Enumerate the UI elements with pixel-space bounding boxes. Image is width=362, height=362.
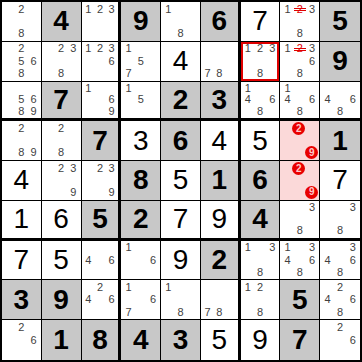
candidate-4: 4 [281, 254, 293, 266]
candidate-8 [94, 306, 106, 318]
cell-r9c2[interactable]: 1 [42, 320, 82, 360]
cell-r4c2[interactable]: 28 [42, 121, 82, 161]
cell-r3c1[interactable]: 5689 [2, 82, 42, 122]
candidate-1 [83, 242, 95, 254]
candidate-2 [294, 242, 306, 254]
cell-r7c1[interactable]: 7 [2, 241, 42, 281]
cell-r9c5[interactable]: 3 [161, 320, 201, 360]
candidate-8: 8 [174, 306, 186, 318]
cell-r9c3[interactable]: 8 [82, 320, 122, 360]
candidate-6: 6 [28, 94, 40, 106]
candidate-8: 8 [15, 67, 27, 79]
cell-r9c1[interactable]: 26 [2, 320, 42, 360]
candidate-4 [83, 94, 95, 106]
candidate-1: 1 [281, 43, 293, 55]
candidate-1: 1 [242, 43, 254, 55]
cell-r9c9[interactable]: 26 [320, 320, 360, 360]
candidate-7 [83, 67, 95, 79]
pencil-marks: 1468 [280, 82, 319, 119]
pencil-marks: 2468 [320, 280, 360, 319]
pencil-marks: 78 [201, 42, 238, 81]
candidate-3 [306, 83, 318, 95]
candidate-5 [94, 254, 106, 266]
pencil-marks: 246 [82, 280, 119, 319]
candidate-3 [225, 281, 237, 293]
candidate-1: 1 [122, 281, 134, 293]
candidate-7 [43, 147, 55, 159]
cell-r8c6[interactable]: 78 [201, 280, 241, 320]
cell-r9c7[interactable]: 9 [241, 320, 281, 360]
candidate-8: 8 [174, 28, 186, 40]
candidate-2: 2 [334, 321, 347, 334]
candidate-2: 2 [15, 122, 27, 134]
candidate-9 [266, 106, 278, 118]
cell-r3c2[interactable]: 7 [42, 82, 82, 122]
candidate-3 [106, 281, 118, 293]
candidate-1: 1 [83, 83, 95, 95]
cell-r1c4[interactable]: 9 [121, 2, 161, 42]
cell-r7c4[interactable]: 16 [121, 241, 161, 281]
candidate-5 [94, 294, 106, 306]
candidate-1: 1 [122, 242, 134, 254]
candidate-6 [187, 294, 199, 306]
candidate-2: 2 [15, 321, 27, 334]
candidate-5 [55, 135, 67, 147]
candidate-9 [306, 28, 318, 40]
candidate-8 [55, 187, 67, 199]
candidate-7: 7 [202, 306, 214, 318]
candidate-7 [83, 306, 95, 318]
pencil-marks: 18 [161, 2, 200, 41]
candidate-8 [292, 186, 305, 199]
candidate-5 [334, 334, 347, 347]
candidate-5 [294, 55, 306, 67]
candidate-2 [213, 43, 225, 55]
pencil-marks: 1238 [280, 2, 319, 41]
candidate-1 [3, 43, 15, 55]
candidate-4 [242, 55, 254, 67]
candidate-2 [15, 83, 27, 95]
candidate-5 [254, 294, 266, 306]
candidate-2: 2 [254, 43, 266, 55]
candidate-3: 3 [106, 162, 118, 174]
cell-r8c5[interactable]: 18 [161, 280, 201, 320]
candidate-7 [242, 306, 254, 318]
cell-r3c6[interactable]: 3 [201, 82, 241, 122]
candidate-6: 6 [147, 254, 159, 266]
candidate-4 [122, 55, 134, 67]
candidate-9 [147, 266, 159, 278]
candidate-4 [122, 254, 134, 266]
candidate-7 [321, 306, 334, 318]
candidate-5 [254, 94, 266, 106]
candidate-5 [15, 15, 27, 27]
cell-r8c2[interactable]: 9 [42, 280, 82, 320]
cell-r1c5[interactable]: 18 [161, 2, 201, 42]
cell-r6c1[interactable]: 1 [2, 201, 42, 241]
candidate-3 [147, 242, 159, 254]
candidate-4: 4 [321, 94, 334, 106]
candidate-3: 3 [306, 202, 318, 214]
candidate-4 [122, 294, 134, 306]
candidate-3: 3 [306, 242, 318, 254]
candidate-2: 2 [15, 3, 27, 15]
pencil-marks: 128 [241, 280, 280, 319]
cell-r1c9[interactable]: 5 [320, 2, 360, 42]
cell-r3c8[interactable]: 1468 [280, 82, 320, 122]
candidate-2: 2 [55, 162, 67, 174]
cell-r1c1[interactable]: 28 [2, 2, 42, 42]
cell-r7c5[interactable]: 9 [161, 241, 201, 281]
cell-r7c3[interactable]: 46 [82, 241, 122, 281]
cell-r9c6[interactable]: 5 [201, 320, 241, 360]
candidate-2 [135, 43, 147, 55]
cell-r2c4[interactable]: 157 [121, 42, 161, 82]
candidate-7 [281, 186, 292, 199]
cell-r8c4[interactable]: 167 [121, 280, 161, 320]
candidate-5 [94, 94, 106, 106]
candidate-8: 8 [254, 266, 266, 278]
candidate-8: 8 [294, 67, 306, 79]
candidate-5 [334, 94, 347, 106]
candidate-3: 3 [266, 43, 278, 55]
candidate-4 [321, 213, 334, 225]
cell-r6c9[interactable]: 38 [320, 201, 360, 241]
candidate-2 [135, 242, 147, 254]
candidate-6 [225, 55, 237, 67]
candidate-4 [242, 254, 254, 266]
cell-r2c5[interactable]: 4 [161, 42, 201, 82]
cell-r8c3[interactable]: 246 [82, 280, 122, 320]
cell-r6c5[interactable]: 7 [161, 201, 201, 241]
cell-r7c9[interactable]: 3468 [320, 241, 360, 281]
candidate-8 [135, 306, 147, 318]
candidate-1 [281, 202, 293, 214]
candidate-1: 1 [122, 83, 134, 95]
cell-r4c6[interactable]: 4 [201, 121, 241, 161]
candidate-3 [106, 242, 118, 254]
candidate-1: 1 [242, 242, 254, 254]
pencil-marks: 46 [82, 241, 119, 280]
cell-r6c3[interactable]: 5 [82, 201, 122, 241]
cell-r5c2[interactable]: 239 [42, 161, 82, 201]
cell-r4c3[interactable]: 7 [82, 121, 122, 161]
candidate-8: 8 [334, 266, 347, 278]
cell-r5c1[interactable]: 4 [2, 161, 42, 201]
candidate-6 [306, 15, 318, 27]
candidate-7 [162, 28, 174, 40]
cell-r4c7[interactable]: 5 [241, 121, 281, 161]
candidate-7 [3, 67, 15, 79]
candidate-4 [83, 15, 95, 27]
candidate-8: 8 [213, 306, 225, 318]
candidate-3 [28, 83, 40, 95]
cell-r4c4[interactable]: 3 [121, 121, 161, 161]
candidate-4 [162, 15, 174, 27]
candidate-5 [294, 94, 306, 106]
cell-r5c7[interactable]: 6 [241, 161, 281, 201]
cell-r4c1[interactable]: 289 [2, 121, 42, 161]
candidate-6: 6 [266, 94, 278, 106]
cell-r4c8[interactable]: 29 [280, 121, 320, 161]
candidate-9 [187, 28, 199, 40]
candidate-3 [346, 83, 359, 95]
candidate-4 [83, 55, 95, 67]
candidate-5 [55, 174, 67, 186]
candidate-3: 3 [346, 242, 359, 254]
candidate-6: 6 [106, 55, 118, 67]
candidate-2 [334, 202, 347, 214]
candidate-7 [83, 28, 95, 40]
candidate-5 [213, 294, 225, 306]
pencil-marks: 12368 [280, 42, 319, 81]
pencil-marks: 13468 [280, 241, 319, 280]
candidate-1 [43, 43, 55, 55]
candidate-7 [281, 225, 293, 237]
candidate-2 [174, 281, 186, 293]
cell-r1c8[interactable]: 1238 [280, 2, 320, 42]
candidate-1 [83, 281, 95, 293]
candidate-3: 3 [106, 43, 118, 55]
candidate-6 [28, 15, 40, 27]
candidate-4: 4 [321, 254, 334, 266]
candidate-7: 7 [122, 67, 134, 79]
cell-r8c9[interactable]: 2468 [320, 280, 360, 320]
candidate-2: 2 [94, 43, 106, 55]
candidate-4 [43, 55, 55, 67]
candidate-7: 7 [202, 67, 214, 79]
candidate-5 [213, 55, 225, 67]
candidate-3 [28, 3, 40, 15]
cell-r3c4[interactable]: 15 [121, 82, 161, 122]
candidate-1 [321, 321, 334, 334]
candidate-5 [55, 55, 67, 67]
candidate-9 [346, 106, 359, 118]
candidate-6: 6 [28, 55, 40, 67]
pencil-marks: 18 [161, 280, 200, 319]
candidate-1: 1 [122, 43, 134, 55]
candidate-9: 9 [106, 187, 118, 199]
pencil-marks: 1236 [82, 42, 119, 81]
candidate-3 [106, 83, 118, 95]
candidate-2 [135, 83, 147, 95]
cell-r1c3[interactable]: 123 [82, 2, 122, 42]
pencil-marks: 78 [201, 280, 238, 319]
candidate-8: 8 [294, 106, 306, 118]
candidate-7 [122, 266, 134, 278]
cell-r7c7[interactable]: 138 [241, 241, 281, 281]
candidate-3 [305, 162, 318, 175]
candidate-2: 2 [55, 122, 67, 134]
candidate-2: 2 [94, 281, 106, 293]
candidate-1: 1 [281, 3, 293, 15]
candidate-9 [106, 28, 118, 40]
candidate-4 [281, 213, 293, 225]
candidate-8 [15, 346, 27, 359]
pencil-marks: 238 [42, 42, 81, 81]
cell-r6c4[interactable]: 2 [121, 201, 161, 241]
candidate-2 [254, 242, 266, 254]
candidate-3: 3 [346, 202, 359, 214]
candidate-9 [147, 67, 159, 79]
cell-r1c2[interactable]: 4 [42, 2, 82, 42]
candidate-9: 9 [106, 106, 118, 118]
candidate-6 [67, 135, 79, 147]
candidate-7 [321, 346, 334, 359]
cell-r8c7[interactable]: 128 [241, 280, 281, 320]
cell-r5c3[interactable]: 239 [82, 161, 122, 201]
cell-r4c9[interactable]: 1 [320, 121, 360, 161]
cell-r5c5[interactable]: 5 [161, 161, 201, 201]
cell-r7c2[interactable]: 5 [42, 241, 82, 281]
candidate-3 [266, 281, 278, 293]
candidate-7 [242, 67, 254, 79]
pencil-marks: 123 [82, 2, 119, 41]
candidate-2 [254, 83, 266, 95]
candidate-4 [242, 294, 254, 306]
candidate-1: 1 [162, 281, 174, 293]
candidate-3: 3 [106, 3, 118, 15]
candidate-6: 6 [306, 94, 318, 106]
candidate-2 [135, 281, 147, 293]
candidate-1 [321, 202, 334, 214]
candidate-2: 2 [94, 3, 106, 15]
candidate-8: 8 [254, 306, 266, 318]
candidate-2 [174, 3, 186, 15]
cell-r6c7[interactable]: 4 [241, 201, 281, 241]
candidate-8 [94, 266, 106, 278]
pencil-marks: 289 [2, 121, 41, 160]
candidate-1: 1 [242, 281, 254, 293]
candidate-3 [28, 321, 40, 334]
cell-r2c1[interactable]: 2568 [2, 42, 42, 82]
candidate-9: 9 [28, 106, 40, 118]
candidate-4 [162, 294, 174, 306]
candidate-1 [3, 321, 15, 334]
candidate-3 [346, 281, 359, 293]
candidate-5: 5 [135, 94, 147, 106]
candidate-1: 1 [281, 242, 293, 254]
candidate-3: 3 [306, 43, 318, 55]
cell-r3c7[interactable]: 1468 [241, 82, 281, 122]
cell-r2c9[interactable]: 9 [320, 42, 360, 82]
candidate-6 [28, 135, 40, 147]
candidate-8: 8 [254, 67, 266, 79]
cell-r5c6[interactable]: 1 [201, 161, 241, 201]
pencil-marks: 138 [241, 241, 280, 280]
candidate-5 [94, 174, 106, 186]
pencil-marks: 38 [280, 201, 319, 238]
candidate-1: 1 [83, 3, 95, 15]
pencil-marks: 28 [42, 121, 81, 160]
candidate-3: 3 [67, 162, 79, 174]
cell-r2c2[interactable]: 238 [42, 42, 82, 82]
candidate-7 [122, 106, 134, 118]
candidate-9: 9 [67, 187, 79, 199]
cell-r2c8[interactable]: 12368 [280, 42, 320, 82]
cell-r9c8[interactable]: 7 [280, 320, 320, 360]
candidate-4 [43, 135, 55, 147]
cell-r2c7[interactable]: 1238 [241, 42, 281, 82]
candidate-3 [147, 83, 159, 95]
candidate-5 [294, 15, 306, 27]
pencil-marks: 2568 [2, 42, 41, 81]
cell-r5c4[interactable]: 8 [121, 161, 161, 201]
candidate-3 [187, 281, 199, 293]
candidate-7: 7 [122, 306, 134, 318]
candidate-1 [321, 242, 334, 254]
cell-r1c6[interactable]: 6 [201, 2, 241, 42]
candidate-7 [83, 187, 95, 199]
candidate-1 [202, 43, 214, 55]
candidate-5 [135, 254, 147, 266]
candidate-9 [187, 306, 199, 318]
candidate-9 [106, 306, 118, 318]
cell-r1c7[interactable]: 7 [241, 2, 281, 42]
candidate-2: 2 [292, 122, 305, 135]
pencil-marks: 1468 [241, 82, 280, 119]
cell-r8c1[interactable]: 3 [2, 280, 42, 320]
cell-r7c6[interactable]: 2 [201, 241, 241, 281]
candidate-6: 6 [346, 254, 359, 266]
candidate-4 [281, 135, 292, 146]
candidate-9 [266, 67, 278, 79]
candidate-5 [334, 213, 347, 225]
candidate-2: 2 [55, 43, 67, 55]
candidate-5 [292, 135, 305, 146]
candidate-9 [266, 266, 278, 278]
candidate-7 [43, 187, 55, 199]
candidate-1 [83, 162, 95, 174]
cell-r8c8[interactable]: 5 [280, 280, 320, 320]
cell-r3c5[interactable]: 2 [161, 82, 201, 122]
candidate-4 [3, 55, 15, 67]
candidate-8 [94, 106, 106, 118]
cell-r5c8[interactable]: 29 [280, 161, 320, 201]
cell-r6c6[interactable]: 9 [201, 201, 241, 241]
cell-r7c8[interactable]: 13468 [280, 241, 320, 281]
candidate-8: 8 [55, 147, 67, 159]
cell-r2c3[interactable]: 1236 [82, 42, 122, 82]
candidate-8 [135, 106, 147, 118]
cell-r6c2[interactable]: 6 [42, 201, 82, 241]
candidate-7 [3, 106, 15, 118]
cell-r9c4[interactable]: 4 [121, 320, 161, 360]
cell-r5c9[interactable]: 7 [320, 161, 360, 201]
cell-r6c8[interactable]: 38 [280, 201, 320, 241]
cell-r3c9[interactable]: 468 [320, 82, 360, 122]
candidate-5 [174, 15, 186, 27]
candidate-5 [174, 294, 186, 306]
candidate-7 [281, 146, 292, 159]
candidate-2: 2 [292, 162, 305, 175]
candidate-6: 6 [346, 94, 359, 106]
candidate-6 [187, 15, 199, 27]
candidate-8 [135, 67, 147, 79]
candidate-7 [281, 266, 293, 278]
candidate-3: 3 [306, 3, 318, 15]
cell-r3c3[interactable]: 169 [82, 82, 122, 122]
cell-r2c6[interactable]: 78 [201, 42, 241, 82]
candidate-3 [67, 122, 79, 134]
candidate-7 [3, 28, 15, 40]
candidate-4 [3, 135, 15, 147]
candidate-3 [28, 122, 40, 134]
candidate-6 [306, 213, 318, 225]
candidate-9 [266, 306, 278, 318]
candidate-4 [3, 94, 15, 106]
cell-r4c5[interactable]: 6 [161, 121, 201, 161]
